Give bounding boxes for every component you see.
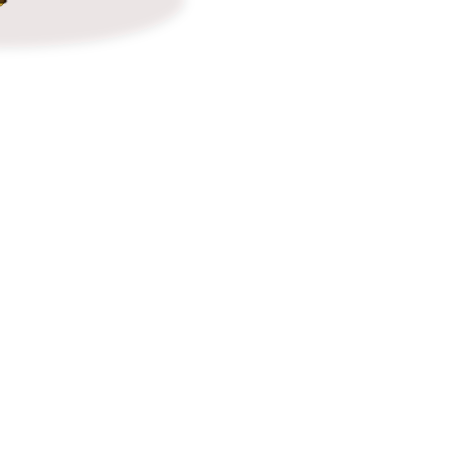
product-photo-scene: ♜♞♝♛♚♝♞♜♟♟♟♟♟♟♟♟♟♟♟♟♟♟♟♟♜♞♝♛♚♝♞♜ [0,0,450,450]
chess-board [0,0,450,450]
ground-shadow [0,0,185,48]
